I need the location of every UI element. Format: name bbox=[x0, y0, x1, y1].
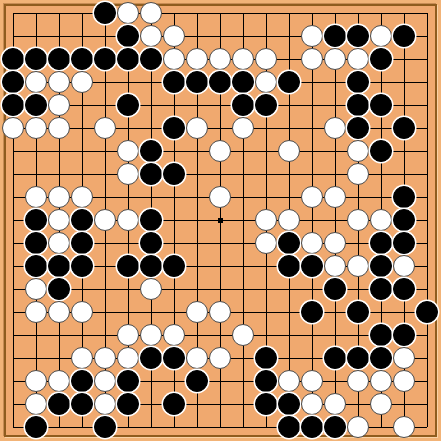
white-stone[interactable] bbox=[278, 370, 300, 392]
white-stone[interactable] bbox=[94, 393, 116, 415]
black-stone[interactable] bbox=[186, 71, 208, 93]
black-stone[interactable] bbox=[370, 232, 392, 254]
black-stone[interactable] bbox=[140, 347, 162, 369]
black-stone[interactable] bbox=[163, 347, 185, 369]
black-stone[interactable] bbox=[301, 255, 323, 277]
black-stone[interactable] bbox=[370, 94, 392, 116]
black-stone[interactable] bbox=[25, 416, 47, 438]
white-stone[interactable] bbox=[140, 324, 162, 346]
white-stone[interactable] bbox=[48, 94, 70, 116]
white-stone[interactable] bbox=[347, 209, 369, 231]
black-stone[interactable] bbox=[71, 370, 93, 392]
black-stone[interactable] bbox=[255, 347, 277, 369]
white-stone[interactable] bbox=[94, 117, 116, 139]
black-stone[interactable] bbox=[117, 25, 139, 47]
black-stone[interactable] bbox=[117, 255, 139, 277]
white-stone[interactable] bbox=[163, 48, 185, 70]
white-stone[interactable] bbox=[324, 255, 346, 277]
white-stone[interactable] bbox=[117, 2, 139, 24]
black-stone[interactable] bbox=[186, 370, 208, 392]
white-stone[interactable] bbox=[324, 232, 346, 254]
black-stone[interactable] bbox=[71, 255, 93, 277]
white-stone[interactable] bbox=[393, 347, 415, 369]
black-stone[interactable] bbox=[94, 48, 116, 70]
white-stone[interactable] bbox=[232, 324, 254, 346]
black-stone[interactable] bbox=[94, 416, 116, 438]
white-stone[interactable] bbox=[232, 117, 254, 139]
black-stone[interactable] bbox=[163, 71, 185, 93]
black-stone[interactable] bbox=[393, 324, 415, 346]
white-stone[interactable] bbox=[347, 370, 369, 392]
black-stone[interactable] bbox=[416, 301, 438, 323]
white-stone[interactable] bbox=[117, 209, 139, 231]
white-stone[interactable] bbox=[48, 117, 70, 139]
white-stone[interactable] bbox=[347, 48, 369, 70]
white-stone[interactable] bbox=[278, 140, 300, 162]
white-stone[interactable] bbox=[94, 370, 116, 392]
black-stone[interactable] bbox=[370, 278, 392, 300]
black-stone[interactable] bbox=[370, 255, 392, 277]
black-stone[interactable] bbox=[25, 48, 47, 70]
white-stone[interactable] bbox=[25, 301, 47, 323]
black-stone[interactable] bbox=[117, 48, 139, 70]
black-stone[interactable] bbox=[25, 232, 47, 254]
black-stone[interactable] bbox=[209, 71, 231, 93]
black-stone[interactable] bbox=[140, 48, 162, 70]
white-stone[interactable] bbox=[347, 416, 369, 438]
white-stone[interactable] bbox=[209, 347, 231, 369]
white-stone[interactable] bbox=[255, 232, 277, 254]
black-stone[interactable] bbox=[393, 186, 415, 208]
black-stone[interactable] bbox=[347, 25, 369, 47]
white-stone[interactable] bbox=[48, 301, 70, 323]
white-stone[interactable] bbox=[25, 186, 47, 208]
white-stone[interactable] bbox=[94, 209, 116, 231]
black-stone[interactable] bbox=[48, 393, 70, 415]
white-stone[interactable] bbox=[301, 48, 323, 70]
black-stone[interactable] bbox=[301, 301, 323, 323]
black-stone[interactable] bbox=[140, 140, 162, 162]
black-stone[interactable] bbox=[25, 255, 47, 277]
white-stone[interactable] bbox=[2, 117, 24, 139]
white-stone[interactable] bbox=[117, 347, 139, 369]
white-stone[interactable] bbox=[25, 370, 47, 392]
black-stone[interactable] bbox=[255, 370, 277, 392]
white-stone[interactable] bbox=[324, 117, 346, 139]
white-stone[interactable] bbox=[301, 232, 323, 254]
black-stone[interactable] bbox=[163, 393, 185, 415]
black-stone[interactable] bbox=[324, 25, 346, 47]
white-stone[interactable] bbox=[186, 48, 208, 70]
black-stone[interactable] bbox=[278, 416, 300, 438]
white-stone[interactable] bbox=[232, 48, 254, 70]
grid-line bbox=[13, 335, 427, 336]
black-stone[interactable] bbox=[25, 209, 47, 231]
white-stone[interactable] bbox=[209, 48, 231, 70]
black-stone[interactable] bbox=[278, 255, 300, 277]
black-stone[interactable] bbox=[370, 324, 392, 346]
black-stone[interactable] bbox=[393, 25, 415, 47]
white-stone[interactable] bbox=[186, 347, 208, 369]
black-stone[interactable] bbox=[140, 232, 162, 254]
white-stone[interactable] bbox=[94, 347, 116, 369]
black-stone[interactable] bbox=[140, 163, 162, 185]
black-stone[interactable] bbox=[140, 209, 162, 231]
black-stone[interactable] bbox=[278, 71, 300, 93]
black-stone[interactable] bbox=[347, 347, 369, 369]
black-stone[interactable] bbox=[370, 140, 392, 162]
white-stone[interactable] bbox=[140, 2, 162, 24]
white-stone[interactable] bbox=[301, 370, 323, 392]
grid-line bbox=[427, 13, 428, 427]
black-stone[interactable] bbox=[48, 255, 70, 277]
black-stone[interactable] bbox=[347, 71, 369, 93]
black-stone[interactable] bbox=[2, 94, 24, 116]
black-stone[interactable] bbox=[278, 232, 300, 254]
white-stone[interactable] bbox=[48, 186, 70, 208]
white-stone[interactable] bbox=[140, 278, 162, 300]
grid-line bbox=[312, 13, 313, 427]
white-stone[interactable] bbox=[48, 71, 70, 93]
white-stone[interactable] bbox=[393, 416, 415, 438]
white-stone[interactable] bbox=[347, 163, 369, 185]
black-stone[interactable] bbox=[117, 94, 139, 116]
black-stone[interactable] bbox=[71, 393, 93, 415]
black-stone[interactable] bbox=[301, 416, 323, 438]
black-stone[interactable] bbox=[163, 163, 185, 185]
black-stone[interactable] bbox=[347, 301, 369, 323]
black-stone[interactable] bbox=[255, 393, 277, 415]
white-stone[interactable] bbox=[48, 209, 70, 231]
white-stone[interactable] bbox=[48, 232, 70, 254]
black-stone[interactable] bbox=[117, 370, 139, 392]
white-stone[interactable] bbox=[255, 48, 277, 70]
white-stone[interactable] bbox=[393, 255, 415, 277]
black-stone[interactable] bbox=[370, 48, 392, 70]
black-stone[interactable] bbox=[393, 209, 415, 231]
black-stone[interactable] bbox=[278, 393, 300, 415]
black-stone[interactable] bbox=[140, 255, 162, 277]
white-stone[interactable] bbox=[301, 25, 323, 47]
black-stone[interactable] bbox=[324, 278, 346, 300]
white-stone[interactable] bbox=[209, 186, 231, 208]
black-stone[interactable] bbox=[255, 94, 277, 116]
white-stone[interactable] bbox=[117, 163, 139, 185]
black-stone[interactable] bbox=[2, 71, 24, 93]
black-stone[interactable] bbox=[71, 209, 93, 231]
white-stone[interactable] bbox=[117, 140, 139, 162]
white-stone[interactable] bbox=[370, 209, 392, 231]
black-stone[interactable] bbox=[370, 347, 392, 369]
black-stone[interactable] bbox=[71, 232, 93, 254]
black-stone[interactable] bbox=[347, 117, 369, 139]
star-point bbox=[218, 218, 223, 223]
black-stone[interactable] bbox=[324, 416, 346, 438]
white-stone[interactable] bbox=[71, 301, 93, 323]
white-stone[interactable] bbox=[71, 347, 93, 369]
white-stone[interactable] bbox=[163, 324, 185, 346]
white-stone[interactable] bbox=[347, 140, 369, 162]
black-stone[interactable] bbox=[232, 94, 254, 116]
white-stone[interactable] bbox=[25, 117, 47, 139]
black-stone[interactable] bbox=[2, 48, 24, 70]
white-stone[interactable] bbox=[186, 117, 208, 139]
white-stone[interactable] bbox=[370, 370, 392, 392]
white-stone[interactable] bbox=[209, 301, 231, 323]
white-stone[interactable] bbox=[25, 393, 47, 415]
black-stone[interactable] bbox=[393, 117, 415, 139]
black-stone[interactable] bbox=[232, 71, 254, 93]
white-stone[interactable] bbox=[25, 278, 47, 300]
white-stone[interactable] bbox=[117, 324, 139, 346]
white-stone[interactable] bbox=[301, 186, 323, 208]
black-stone[interactable] bbox=[94, 2, 116, 24]
white-stone[interactable] bbox=[186, 301, 208, 323]
white-stone[interactable] bbox=[255, 209, 277, 231]
white-stone[interactable] bbox=[71, 186, 93, 208]
black-stone[interactable] bbox=[25, 94, 47, 116]
black-stone[interactable] bbox=[48, 278, 70, 300]
black-stone[interactable] bbox=[347, 94, 369, 116]
black-stone[interactable] bbox=[393, 278, 415, 300]
white-stone[interactable] bbox=[163, 25, 185, 47]
white-stone[interactable] bbox=[324, 186, 346, 208]
black-stone[interactable] bbox=[163, 255, 185, 277]
white-stone[interactable] bbox=[393, 370, 415, 392]
grid-line bbox=[13, 289, 427, 290]
white-stone[interactable] bbox=[255, 71, 277, 93]
white-stone[interactable] bbox=[324, 48, 346, 70]
white-stone[interactable] bbox=[370, 393, 392, 415]
black-stone[interactable] bbox=[324, 347, 346, 369]
black-stone[interactable] bbox=[393, 232, 415, 254]
white-stone[interactable] bbox=[140, 25, 162, 47]
white-stone[interactable] bbox=[209, 140, 231, 162]
white-stone[interactable] bbox=[324, 393, 346, 415]
black-stone[interactable] bbox=[71, 48, 93, 70]
white-stone[interactable] bbox=[48, 370, 70, 392]
white-stone[interactable] bbox=[278, 209, 300, 231]
white-stone[interactable] bbox=[301, 393, 323, 415]
black-stone[interactable] bbox=[117, 393, 139, 415]
go-board[interactable] bbox=[0, 0, 441, 441]
white-stone[interactable] bbox=[370, 25, 392, 47]
white-stone[interactable] bbox=[25, 71, 47, 93]
black-stone[interactable] bbox=[48, 48, 70, 70]
black-stone[interactable] bbox=[163, 117, 185, 139]
white-stone[interactable] bbox=[71, 71, 93, 93]
white-stone[interactable] bbox=[347, 255, 369, 277]
